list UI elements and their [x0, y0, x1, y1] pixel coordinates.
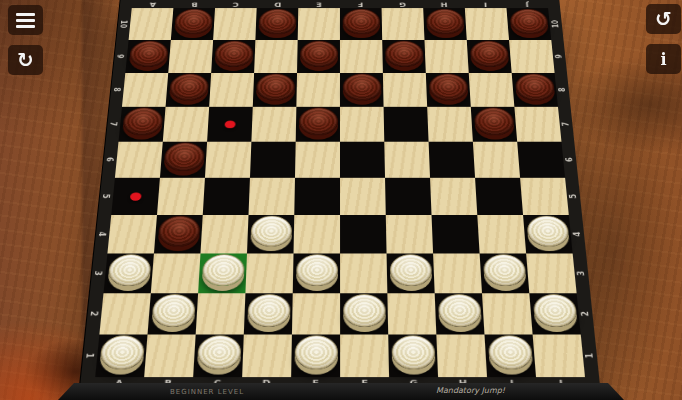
col-label-top-A: A	[132, 0, 174, 8]
board-scene: ABCDEFGHIJ1010998877665544332211ABCDEFGH…	[0, 0, 682, 400]
square-G10	[382, 8, 425, 40]
square-C4	[200, 215, 248, 254]
square-H8[interactable]	[426, 73, 471, 107]
square-A10	[129, 8, 174, 40]
checkers-board: ABCDEFGHIJ1010998877665544332211ABCDEFGH…	[79, 0, 599, 388]
square-B2[interactable]	[148, 293, 199, 334]
red-piece-A9[interactable]	[128, 41, 168, 67]
square-G3[interactable]	[387, 253, 435, 293]
square-H2[interactable]	[435, 293, 485, 334]
white-piece-G3[interactable]	[389, 254, 432, 286]
square-I4	[477, 215, 526, 254]
level-label: BEGINNER LEVEL	[170, 388, 244, 396]
square-F3	[340, 253, 387, 293]
square-C9[interactable]	[211, 40, 255, 73]
square-I5[interactable]	[475, 178, 523, 215]
square-G5[interactable]	[385, 178, 432, 215]
square-I1[interactable]	[484, 335, 536, 378]
square-A5[interactable]	[111, 178, 160, 215]
red-piece-D10[interactable]	[258, 9, 296, 34]
col-label-top-H: H	[423, 0, 465, 8]
square-G2	[387, 293, 436, 334]
red-piece-H8[interactable]	[428, 74, 468, 101]
col-label-top-E: E	[298, 0, 340, 8]
col-label-top-F: F	[340, 0, 382, 8]
white-piece-D2[interactable]	[247, 294, 290, 327]
red-piece-F10[interactable]	[342, 9, 380, 34]
square-E3[interactable]	[293, 253, 340, 293]
white-piece-A3[interactable]	[107, 254, 151, 286]
square-F4[interactable]	[340, 215, 387, 254]
square-B6[interactable]	[160, 142, 207, 178]
square-B3	[151, 253, 201, 293]
square-F2[interactable]	[340, 293, 388, 334]
red-piece-B8[interactable]	[168, 74, 208, 101]
square-J2[interactable]	[529, 293, 580, 334]
white-piece-J2[interactable]	[532, 294, 577, 327]
square-C10	[213, 8, 257, 40]
square-D7	[251, 107, 296, 142]
frame-corner	[547, 0, 560, 8]
square-I9[interactable]	[467, 40, 512, 73]
square-J5	[520, 178, 569, 215]
square-C1[interactable]	[193, 335, 244, 378]
square-C3[interactable]	[198, 253, 247, 293]
square-D10[interactable]	[255, 8, 298, 40]
square-H9	[424, 40, 468, 73]
square-G6	[384, 142, 430, 178]
square-F6[interactable]	[340, 142, 385, 178]
square-D4[interactable]	[247, 215, 294, 254]
square-B5	[157, 178, 205, 215]
square-G1[interactable]	[388, 335, 438, 378]
col-label-top-I: I	[464, 0, 506, 8]
red-piece-E7[interactable]	[298, 107, 337, 135]
square-H4[interactable]	[432, 215, 480, 254]
square-G9[interactable]	[382, 40, 426, 73]
square-D2[interactable]	[244, 293, 293, 334]
undo-button[interactable]: ↺	[646, 4, 681, 34]
square-J1	[533, 335, 585, 378]
square-E2	[292, 293, 340, 334]
square-D5	[249, 178, 295, 215]
white-piece-A1[interactable]	[99, 335, 145, 369]
info-button[interactable]: i	[646, 44, 681, 74]
square-H5	[430, 178, 477, 215]
square-I6	[473, 142, 520, 178]
hamburger-icon	[16, 13, 35, 28]
red-piece-F8[interactable]	[342, 74, 381, 101]
square-J6[interactable]	[517, 142, 565, 178]
hint-dot-A5[interactable]	[130, 192, 142, 200]
square-H6[interactable]	[429, 142, 475, 178]
square-A2	[99, 293, 150, 334]
red-piece-G9[interactable]	[385, 41, 424, 67]
square-G4	[386, 215, 433, 254]
square-G7[interactable]	[384, 107, 429, 142]
red-piece-J10[interactable]	[509, 9, 549, 34]
square-I2	[482, 293, 533, 334]
app-canvas: ABCDEFGHIJ1010998877665544332211ABCDEFGH…	[0, 0, 682, 400]
square-B4[interactable]	[154, 215, 203, 254]
square-B7	[163, 107, 209, 142]
square-A3[interactable]	[103, 253, 153, 293]
white-piece-B2[interactable]	[151, 294, 196, 327]
square-B10[interactable]	[171, 8, 215, 40]
col-label-top-B: B	[173, 0, 215, 8]
restart-icon: ↻	[17, 50, 34, 70]
red-piece-A7[interactable]	[122, 107, 164, 135]
red-piece-D8[interactable]	[255, 74, 294, 101]
red-piece-I7[interactable]	[473, 107, 514, 135]
square-C2	[196, 293, 246, 334]
square-D8[interactable]	[253, 73, 297, 107]
red-piece-E9[interactable]	[300, 41, 338, 67]
square-F7	[340, 107, 384, 142]
square-H7	[427, 107, 473, 142]
col-label-top-G: G	[381, 0, 423, 8]
col-label-top-D: D	[257, 0, 299, 8]
menu-button[interactable]	[8, 5, 43, 35]
square-G8	[383, 73, 427, 107]
square-H10[interactable]	[423, 8, 467, 40]
red-piece-B10[interactable]	[174, 9, 213, 34]
white-piece-C1[interactable]	[196, 335, 241, 369]
red-piece-H10[interactable]	[426, 9, 465, 34]
col-label-top-J: J	[506, 0, 548, 8]
square-E4	[294, 215, 341, 254]
white-piece-J4[interactable]	[526, 216, 570, 247]
white-piece-E1[interactable]	[294, 335, 337, 369]
square-F9	[340, 40, 383, 73]
square-E9[interactable]	[297, 40, 340, 73]
square-E8	[296, 73, 340, 107]
board-front-edge: BEGINNER LEVEL Mandatory Jump!	[58, 383, 624, 400]
col-label-top-C: C	[215, 0, 257, 8]
info-icon: i	[660, 50, 666, 69]
square-A7[interactable]	[119, 107, 166, 142]
square-J9	[509, 40, 555, 73]
square-J4[interactable]	[523, 215, 573, 254]
square-F1	[340, 335, 389, 378]
square-C5[interactable]	[203, 178, 250, 215]
square-I10	[465, 8, 509, 40]
white-piece-I1[interactable]	[487, 335, 532, 369]
square-C6	[205, 142, 251, 178]
white-piece-E3[interactable]	[295, 254, 337, 286]
square-F10[interactable]	[340, 8, 382, 40]
square-H3	[433, 253, 482, 293]
square-J8[interactable]	[512, 73, 558, 107]
square-J3	[526, 253, 577, 293]
square-I3[interactable]	[480, 253, 530, 293]
white-piece-C3[interactable]	[201, 254, 244, 286]
white-piece-D4[interactable]	[250, 216, 292, 247]
board-grid: ABCDEFGHIJ1010998877665544332211ABCDEFGH…	[79, 0, 599, 388]
square-D1	[242, 335, 292, 378]
white-piece-F2[interactable]	[343, 294, 386, 327]
red-piece-B6[interactable]	[163, 142, 205, 171]
restart-button[interactable]: ↻	[8, 45, 43, 75]
white-piece-G1[interactable]	[391, 335, 435, 369]
square-D9	[254, 40, 298, 73]
square-J10[interactable]	[506, 8, 551, 40]
square-F8[interactable]	[340, 73, 384, 107]
red-piece-C9[interactable]	[214, 41, 253, 67]
red-piece-B4[interactable]	[157, 216, 200, 247]
square-J7	[514, 107, 561, 142]
square-E6	[295, 142, 340, 178]
square-A1[interactable]	[95, 335, 147, 378]
status-message: Mandatory Jump!	[436, 386, 505, 395]
square-C7[interactable]	[207, 107, 253, 142]
square-B1	[144, 335, 196, 378]
square-E7[interactable]	[296, 107, 340, 142]
square-F5	[340, 178, 386, 215]
square-H1	[436, 335, 487, 378]
square-A6	[115, 142, 163, 178]
frame-corner	[120, 0, 133, 8]
square-B8[interactable]	[166, 73, 212, 107]
red-piece-J8[interactable]	[514, 74, 555, 101]
square-D6[interactable]	[250, 142, 296, 178]
square-A9[interactable]	[125, 40, 171, 73]
square-I7[interactable]	[471, 107, 517, 142]
square-C8	[209, 73, 254, 107]
square-A4	[107, 215, 157, 254]
square-I8	[469, 73, 515, 107]
square-E10	[298, 8, 340, 40]
square-A8	[122, 73, 168, 107]
square-B9	[168, 40, 213, 73]
square-E1[interactable]	[291, 335, 340, 378]
white-piece-H2[interactable]	[437, 294, 481, 327]
undo-icon: ↺	[655, 9, 672, 29]
red-piece-I9[interactable]	[469, 41, 509, 67]
square-D3	[245, 253, 293, 293]
square-E5[interactable]	[294, 178, 340, 215]
hint-dot-C7[interactable]	[225, 120, 236, 128]
white-piece-I3[interactable]	[482, 254, 526, 286]
